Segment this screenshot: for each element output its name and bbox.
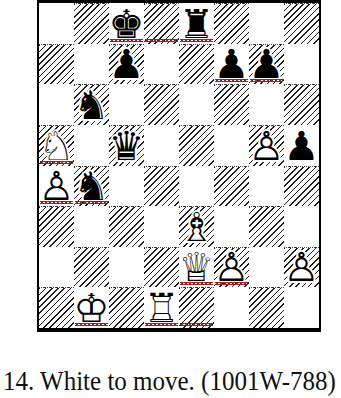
black-pawn-glyph: ♟ xyxy=(214,44,250,84)
black-pawn-glyph: ♟ xyxy=(284,126,320,166)
square-a6 xyxy=(39,84,74,125)
square-f1 xyxy=(214,287,249,328)
black-rook: ♜ xyxy=(179,3,214,44)
square-c4 xyxy=(109,166,144,207)
square-c3 xyxy=(109,206,144,247)
square-g7: ♟ xyxy=(249,44,284,85)
square-f6 xyxy=(214,84,249,125)
white-rook-glyph: ♖ xyxy=(144,288,180,328)
square-e7 xyxy=(179,44,214,85)
square-h1 xyxy=(284,287,319,328)
spellcheck-squiggle xyxy=(145,323,178,326)
square-f8 xyxy=(214,3,249,44)
square-e1 xyxy=(179,287,214,328)
square-f7: ♟ xyxy=(214,44,249,85)
square-e5 xyxy=(179,125,214,166)
square-h7 xyxy=(284,44,319,85)
square-b1: ♚♔ xyxy=(74,287,109,328)
white-queen: ♛♕ xyxy=(179,247,214,288)
black-pawn: ♟ xyxy=(109,45,144,85)
spellcheck-squiggle xyxy=(180,323,213,326)
black-rook-glyph: ♜ xyxy=(179,4,215,44)
spellcheck-squiggle xyxy=(40,201,73,204)
square-g3 xyxy=(249,206,284,247)
white-king: ♚♔ xyxy=(74,287,109,328)
white-pawn-glyph: ♙ xyxy=(284,247,320,287)
white-pawn: ♟♙ xyxy=(249,126,284,166)
square-h8 xyxy=(284,3,319,44)
white-bishop-glyph: ♗ xyxy=(179,207,215,247)
square-g2 xyxy=(249,247,284,288)
square-c6 xyxy=(109,84,144,125)
square-b7 xyxy=(74,44,109,85)
chess-board: ♚♜♟♟♟♞♞♘♛♟♙♟♟♙♞♝♗♛♕♟♙♟♙♚♔♜♖ xyxy=(37,0,321,332)
square-f2: ♟♙ xyxy=(214,247,249,288)
square-e8: ♜ xyxy=(179,3,214,44)
square-b5 xyxy=(74,125,109,166)
square-d7 xyxy=(144,44,179,85)
square-f4 xyxy=(214,166,249,207)
spellcheck-squiggle xyxy=(215,282,248,285)
square-c7: ♟ xyxy=(109,44,144,85)
white-pawn-glyph: ♙ xyxy=(249,126,285,166)
white-rook: ♜♖ xyxy=(144,287,179,328)
square-h3 xyxy=(284,206,319,247)
square-c2 xyxy=(109,247,144,288)
square-h5: ♟ xyxy=(284,125,319,166)
square-g5: ♟♙ xyxy=(249,125,284,166)
square-c5: ♛ xyxy=(109,125,144,166)
black-pawn: ♟ xyxy=(284,125,319,166)
square-a1 xyxy=(39,287,74,328)
white-queen-glyph: ♕ xyxy=(179,247,215,287)
square-d4 xyxy=(144,166,179,207)
black-pawn: ♟ xyxy=(214,44,249,85)
square-d6 xyxy=(144,84,179,125)
square-h4 xyxy=(284,166,319,207)
square-g8 xyxy=(249,3,284,44)
white-knight-glyph: ♘ xyxy=(39,126,75,166)
black-pawn-glyph: ♟ xyxy=(109,44,145,84)
square-e6 xyxy=(179,84,214,125)
square-a2 xyxy=(39,247,74,288)
black-queen: ♛ xyxy=(109,126,144,166)
square-b3 xyxy=(74,206,109,247)
square-a8 xyxy=(39,3,74,44)
spellcheck-squiggle xyxy=(180,39,213,42)
black-pawn-glyph: ♟ xyxy=(249,44,285,84)
black-knight-glyph: ♞ xyxy=(74,85,110,125)
square-d1: ♜♖ xyxy=(144,287,179,328)
square-h2: ♟♙ xyxy=(284,247,319,288)
spellcheck-squiggle xyxy=(75,323,108,326)
square-c8: ♚ xyxy=(109,3,144,44)
square-b4: ♞ xyxy=(74,166,109,207)
spellcheck-squiggle xyxy=(145,39,178,42)
black-queen-glyph: ♛ xyxy=(109,126,145,166)
white-bishop: ♝♗ xyxy=(179,207,214,247)
square-a4: ♟♙ xyxy=(39,166,74,207)
spellcheck-squiggle xyxy=(75,201,108,204)
white-pawn: ♟♙ xyxy=(39,166,74,207)
square-e2: ♛♕ xyxy=(179,247,214,288)
white-pawn: ♟♙ xyxy=(284,248,319,288)
square-g1 xyxy=(249,287,284,328)
black-knight-glyph: ♞ xyxy=(74,166,110,206)
square-e4 xyxy=(179,166,214,207)
square-d2 xyxy=(144,247,179,288)
square-b2 xyxy=(74,247,109,288)
square-a7 xyxy=(39,44,74,85)
square-a3 xyxy=(39,206,74,247)
square-g6 xyxy=(249,84,284,125)
black-knight: ♞ xyxy=(74,85,109,125)
white-pawn-glyph: ♙ xyxy=(214,247,250,287)
black-king: ♚ xyxy=(109,3,144,44)
square-d8 xyxy=(144,3,179,44)
square-d3 xyxy=(144,206,179,247)
chess-diagram-page: { "game": "chess", "diagram_number": "14… xyxy=(0,0,341,398)
spellcheck-squiggle xyxy=(250,79,283,82)
square-a5: ♞♘ xyxy=(39,125,74,166)
white-pawn-glyph: ♙ xyxy=(39,166,75,206)
caption: 14. White to move. (1001W-788) xyxy=(3,365,336,396)
white-king-glyph: ♔ xyxy=(74,288,110,328)
black-king-glyph: ♚ xyxy=(109,4,145,44)
square-g4 xyxy=(249,166,284,207)
square-c1 xyxy=(109,287,144,328)
spellcheck-squiggle xyxy=(180,282,213,285)
square-d5 xyxy=(144,125,179,166)
square-b8 xyxy=(74,3,109,44)
square-f5 xyxy=(214,125,249,166)
spellcheck-squiggle xyxy=(215,79,248,82)
square-e3: ♝♗ xyxy=(179,206,214,247)
square-f3 xyxy=(214,206,249,247)
square-b6: ♞ xyxy=(74,84,109,125)
square-h6 xyxy=(284,84,319,125)
